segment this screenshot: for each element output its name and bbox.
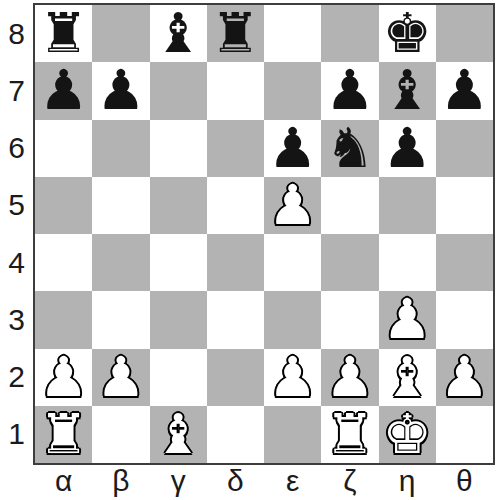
square-b2[interactable]: ♟ (92, 349, 149, 406)
square-g7[interactable]: ♝ (379, 62, 436, 119)
file-label-g: η (379, 462, 436, 500)
black-pawn: ♟ (382, 120, 431, 177)
white-pawn: ♟ (268, 349, 317, 406)
square-b4[interactable] (92, 234, 149, 291)
square-a6[interactable] (35, 120, 92, 177)
square-b1[interactable] (92, 406, 149, 463)
black-knight: ♞ (325, 120, 374, 177)
black-pawn: ♟ (268, 120, 317, 177)
square-e1[interactable] (264, 406, 321, 463)
square-h8[interactable] (436, 5, 493, 62)
square-e4[interactable] (264, 234, 321, 291)
square-c2[interactable] (150, 349, 207, 406)
rank-label-7: 7 (0, 62, 33, 119)
rank-labels: 87654321 (0, 5, 33, 463)
square-h2[interactable]: ♟ (436, 349, 493, 406)
square-a4[interactable] (35, 234, 92, 291)
file-label-e: ε (264, 462, 321, 500)
square-d2[interactable] (207, 349, 264, 406)
file-labels: αβγδεζηθ (35, 462, 493, 500)
square-h7[interactable]: ♟ (436, 62, 493, 119)
square-c4[interactable] (150, 234, 207, 291)
square-b3[interactable] (92, 291, 149, 348)
square-e2[interactable]: ♟ (264, 349, 321, 406)
chess-board: ♜♝♜♚♟♟♟♝♟♟♞♟♟♟♟♟♟♟♝♟♜♝♜♚ (33, 3, 495, 465)
square-g4[interactable] (379, 234, 436, 291)
white-bishop: ♝ (153, 406, 202, 463)
square-c7[interactable] (150, 62, 207, 119)
square-c8[interactable]: ♝ (150, 5, 207, 62)
white-rook: ♜ (325, 406, 374, 463)
black-rook: ♜ (39, 5, 88, 62)
square-d3[interactable] (207, 291, 264, 348)
square-a1[interactable]: ♜ (35, 406, 92, 463)
square-d7[interactable] (207, 62, 264, 119)
square-d6[interactable] (207, 120, 264, 177)
black-pawn: ♟ (39, 62, 88, 119)
black-pawn: ♟ (325, 62, 374, 119)
square-e3[interactable] (264, 291, 321, 348)
square-c6[interactable] (150, 120, 207, 177)
rank-label-6: 6 (0, 120, 33, 177)
square-g1[interactable]: ♚ (379, 406, 436, 463)
square-g6[interactable]: ♟ (379, 120, 436, 177)
file-label-b: β (92, 462, 149, 500)
square-f3[interactable] (321, 291, 378, 348)
white-pawn: ♟ (382, 291, 431, 348)
square-b8[interactable] (92, 5, 149, 62)
square-d8[interactable]: ♜ (207, 5, 264, 62)
square-e7[interactable] (264, 62, 321, 119)
square-g8[interactable]: ♚ (379, 5, 436, 62)
rank-label-4: 4 (0, 234, 33, 291)
square-a5[interactable] (35, 177, 92, 234)
square-h4[interactable] (436, 234, 493, 291)
rank-label-3: 3 (0, 291, 33, 348)
black-rook: ♜ (211, 5, 260, 62)
black-pawn: ♟ (440, 62, 489, 119)
square-a3[interactable] (35, 291, 92, 348)
black-king: ♚ (382, 5, 431, 62)
square-c1[interactable]: ♝ (150, 406, 207, 463)
rank-label-2: 2 (0, 349, 33, 406)
white-rook: ♜ (39, 406, 88, 463)
file-label-d: δ (207, 462, 264, 500)
file-label-h: θ (436, 462, 493, 500)
square-a8[interactable]: ♜ (35, 5, 92, 62)
black-pawn: ♟ (96, 62, 145, 119)
rank-label-8: 8 (0, 5, 33, 62)
file-label-c: γ (150, 462, 207, 500)
square-f5[interactable] (321, 177, 378, 234)
square-d4[interactable] (207, 234, 264, 291)
square-a2[interactable]: ♟ (35, 349, 92, 406)
white-king: ♚ (382, 406, 431, 463)
white-pawn: ♟ (39, 349, 88, 406)
rank-label-1: 1 (0, 406, 33, 463)
square-e6[interactable]: ♟ (264, 120, 321, 177)
square-a7[interactable]: ♟ (35, 62, 92, 119)
square-h5[interactable] (436, 177, 493, 234)
square-e8[interactable] (264, 5, 321, 62)
white-pawn: ♟ (440, 349, 489, 406)
square-f7[interactable]: ♟ (321, 62, 378, 119)
square-f4[interactable] (321, 234, 378, 291)
square-h1[interactable] (436, 406, 493, 463)
square-h6[interactable] (436, 120, 493, 177)
square-f8[interactable] (321, 5, 378, 62)
square-e5[interactable]: ♟ (264, 177, 321, 234)
square-f6[interactable]: ♞ (321, 120, 378, 177)
square-g3[interactable]: ♟ (379, 291, 436, 348)
rank-label-5: 5 (0, 177, 33, 234)
square-b6[interactable] (92, 120, 149, 177)
square-c5[interactable] (150, 177, 207, 234)
square-b7[interactable]: ♟ (92, 62, 149, 119)
square-f1[interactable]: ♜ (321, 406, 378, 463)
square-g5[interactable] (379, 177, 436, 234)
file-label-f: ζ (321, 462, 378, 500)
white-bishop: ♝ (382, 349, 431, 406)
square-d5[interactable] (207, 177, 264, 234)
file-label-a: α (35, 462, 92, 500)
white-pawn: ♟ (325, 349, 374, 406)
square-h3[interactable] (436, 291, 493, 348)
black-bishop: ♝ (382, 62, 431, 119)
square-f2[interactable]: ♟ (321, 349, 378, 406)
square-c3[interactable] (150, 291, 207, 348)
square-b5[interactable] (92, 177, 149, 234)
square-d1[interactable] (207, 406, 264, 463)
square-g2[interactable]: ♝ (379, 349, 436, 406)
black-bishop: ♝ (153, 5, 202, 62)
white-pawn: ♟ (268, 177, 317, 234)
white-pawn: ♟ (96, 349, 145, 406)
chess-diagram: 87654321 ♜♝♜♚♟♟♟♝♟♟♞♟♟♟♟♟♟♟♝♟♜♝♜♚ αβγδεζ… (0, 0, 500, 500)
